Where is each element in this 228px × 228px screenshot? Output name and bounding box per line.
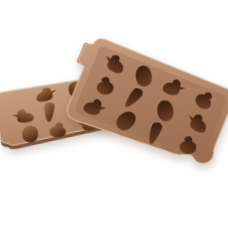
molds-illustration: [0, 0, 228, 228]
product-photo: [0, 0, 228, 228]
tilted-mold: [56, 33, 228, 174]
